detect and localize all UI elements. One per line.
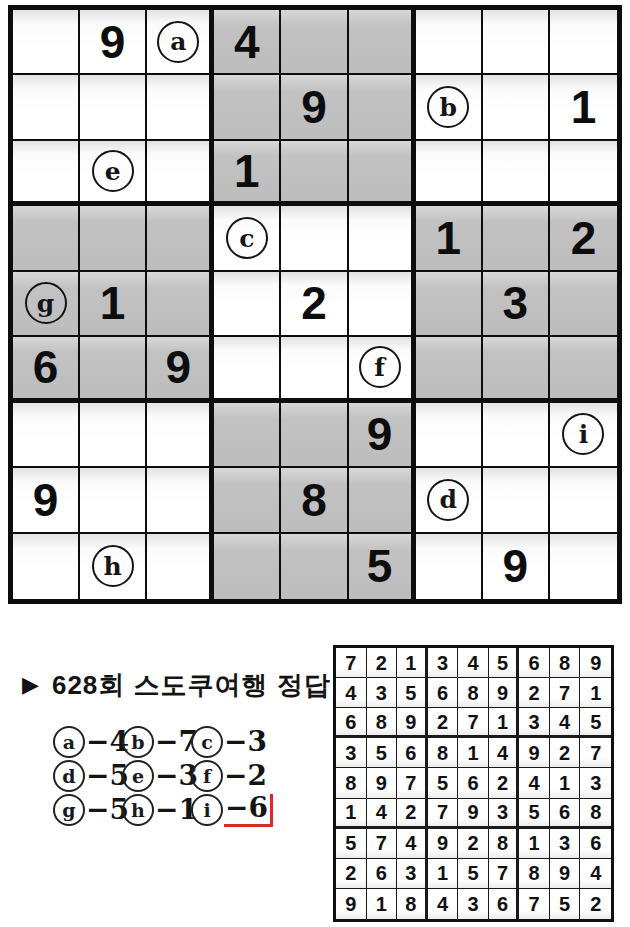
cell-r3c2: e (80, 141, 147, 206)
cell-r8c3 (147, 468, 214, 533)
solution-cell-r3c8: 4 (550, 708, 581, 738)
solution-cell-r9c7: 7 (519, 889, 550, 919)
solution-cell-r2c4: 6 (428, 678, 459, 708)
solution-cell-r2c8: 7 (550, 678, 581, 708)
cell-r5c2: 1 (80, 272, 147, 337)
cell-r8c6 (349, 468, 416, 533)
cell-r3c4: 1 (214, 141, 281, 206)
answer-circled-letter-g: g (53, 794, 85, 826)
solution-cell-r5c8: 1 (550, 768, 581, 798)
answer-item-f: f−2 (191, 760, 260, 792)
cell-r8c1: 9 (13, 468, 80, 533)
solution-cell-r8c7: 8 (519, 859, 550, 889)
solution-cell-r1c9: 9 (580, 648, 611, 678)
triangle-bullet-icon: ▶ (22, 674, 39, 696)
cell-r4c4: c (214, 206, 281, 271)
cell-r4c7: 1 (416, 206, 483, 271)
solution-cell-r9c4: 4 (428, 889, 459, 919)
solution-cell-r2c1: 4 (336, 678, 367, 708)
cell-r3c5 (281, 141, 348, 206)
given-number: 4 (234, 19, 260, 65)
cell-r8c2 (80, 468, 147, 533)
cell-r2c3 (147, 75, 214, 140)
solution-cell-r6c5: 9 (458, 799, 489, 829)
solution-cell-r4c7: 9 (519, 738, 550, 768)
cell-r2c8 (483, 75, 550, 140)
answer-circled-letter-b: b (122, 726, 154, 758)
solution-cell-r4c3: 6 (397, 738, 428, 768)
cell-r2c4 (214, 75, 281, 140)
solution-cell-r7c4: 9 (428, 829, 459, 859)
cell-r9c9 (550, 534, 617, 599)
circled-letter-b: b (427, 86, 469, 128)
answer-key-list: a−4b−7c−3d−5e−3f−2g−5h−1i−6 (53, 725, 260, 827)
cell-r1c9 (550, 10, 617, 75)
cell-r9c1 (13, 534, 80, 599)
cell-r4c8 (483, 206, 550, 271)
solution-cell-r1c3: 1 (397, 648, 428, 678)
cell-r6c2 (80, 337, 147, 402)
cell-r9c6: 5 (349, 534, 416, 599)
sudoku-puzzle-board: 9a49b1e1c12g12369f9i98dh59 (8, 5, 622, 604)
solution-cell-r2c6: 9 (489, 678, 520, 708)
solution-cell-r2c3: 5 (397, 678, 428, 708)
solution-cell-r9c5: 3 (458, 889, 489, 919)
solution-cell-r1c2: 2 (367, 648, 398, 678)
circled-letter-i: i (562, 413, 604, 455)
solution-cell-r9c8: 5 (550, 889, 581, 919)
circled-letter-a: a (157, 21, 199, 63)
circled-letter-c: c (226, 217, 268, 259)
solution-cell-r5c3: 7 (397, 768, 428, 798)
cell-r6c4 (214, 337, 281, 402)
cell-r2c5: 9 (281, 75, 348, 140)
solution-cell-r3c3: 9 (397, 708, 428, 738)
given-number: 9 (100, 19, 126, 65)
solution-cell-r2c2: 3 (367, 678, 398, 708)
circled-letter-d: d (427, 479, 469, 521)
solution-cell-r3c6: 1 (489, 708, 520, 738)
solution-cell-r9c9: 2 (580, 889, 611, 919)
cell-r1c7 (416, 10, 483, 75)
solution-cell-r8c1: 2 (336, 859, 367, 889)
cell-r8c9 (550, 468, 617, 533)
cell-r7c3 (147, 403, 214, 468)
cell-r4c1 (13, 206, 80, 271)
solution-cell-r5c5: 6 (458, 768, 489, 798)
solution-cell-r5c2: 9 (367, 768, 398, 798)
solution-cell-r1c8: 8 (550, 648, 581, 678)
solution-cell-r9c3: 8 (397, 889, 428, 919)
cell-r9c3 (147, 534, 214, 599)
cell-r1c5 (281, 10, 348, 75)
circled-letter-f: f (359, 346, 401, 388)
answer-item-e: e−3 (122, 760, 191, 792)
solution-cell-r1c6: 5 (489, 648, 520, 678)
answer-circled-letter-c: c (191, 726, 223, 758)
cell-r7c8 (483, 403, 550, 468)
cell-r3c3 (147, 141, 214, 206)
solution-cell-r7c1: 5 (336, 829, 367, 859)
cell-r2c6 (349, 75, 416, 140)
cell-r5c4 (214, 272, 281, 337)
cell-r1c2: 9 (80, 10, 147, 75)
given-number: 1 (234, 148, 260, 194)
solution-cell-r4c9: 7 (580, 738, 611, 768)
cell-r6c7 (416, 337, 483, 402)
answer-circled-letter-f: f (191, 760, 223, 792)
solution-cell-r2c9: 1 (580, 678, 611, 708)
solution-cell-r3c1: 6 (336, 708, 367, 738)
solution-cell-r4c1: 3 (336, 738, 367, 768)
given-number: 9 (165, 344, 191, 390)
cell-r8c4 (214, 468, 281, 533)
cell-r6c5 (281, 337, 348, 402)
solution-cell-r4c2: 5 (367, 738, 398, 768)
solution-cell-r9c2: 1 (367, 889, 398, 919)
given-number: 2 (301, 280, 327, 326)
solution-cell-r6c2: 4 (367, 799, 398, 829)
answer-circled-letter-e: e (122, 760, 154, 792)
solution-cell-r5c7: 4 (519, 768, 550, 798)
solution-cell-r8c2: 6 (367, 859, 398, 889)
cell-r5c7 (416, 272, 483, 337)
answer-item-b: b−7 (122, 726, 191, 758)
cell-r5c6 (349, 272, 416, 337)
cell-r9c8: 9 (483, 534, 550, 599)
solution-cell-r3c2: 8 (367, 708, 398, 738)
solution-cell-r2c5: 8 (458, 678, 489, 708)
solution-cell-r7c9: 6 (580, 829, 611, 859)
cell-r7c7 (416, 403, 483, 468)
circled-letter-g: g (25, 282, 67, 324)
solution-cell-r1c1: 7 (336, 648, 367, 678)
answer-item-d: d−5 (53, 760, 122, 792)
cell-r7c2 (80, 403, 147, 468)
cell-r5c5: 2 (281, 272, 348, 337)
cell-r6c8 (483, 337, 550, 402)
cell-r7c1 (13, 403, 80, 468)
solution-cell-r2c7: 2 (519, 678, 550, 708)
cell-r4c5 (281, 206, 348, 271)
answer-circled-letter-d: d (53, 760, 85, 792)
solution-cell-r9c6: 6 (489, 889, 520, 919)
solution-cell-r6c4: 7 (428, 799, 459, 829)
solution-cell-r6c6: 3 (489, 799, 520, 829)
given-number: 5 (367, 543, 393, 589)
answer-circled-letter-h: h (122, 794, 154, 826)
answer-circled-letter-a: a (53, 726, 85, 758)
answer-item-a: a−4 (53, 726, 122, 758)
cell-r2c9: 1 (550, 75, 617, 140)
circled-letter-e: e (92, 150, 134, 192)
solution-cell-r5c9: 3 (580, 768, 611, 798)
given-number: 1 (435, 215, 461, 261)
cell-r1c6 (349, 10, 416, 75)
cell-r3c7 (416, 141, 483, 206)
sudoku-puzzle-page: 9a49b1e1c12g12369f9i98dh59 ▶ 628회 스도쿠여행 … (0, 0, 630, 927)
cell-r6c1: 6 (13, 337, 80, 402)
cell-r3c6 (349, 141, 416, 206)
solution-cell-r7c5: 2 (458, 829, 489, 859)
solution-cell-r3c4: 2 (428, 708, 459, 738)
cell-r7c4 (214, 403, 281, 468)
cell-r7c6: 9 (349, 403, 416, 468)
cell-r9c4 (214, 534, 281, 599)
answer-circled-letter-i: i (191, 794, 223, 826)
cell-r7c5 (281, 403, 348, 468)
solution-cell-r8c5: 5 (458, 859, 489, 889)
solution-cell-r4c6: 4 (489, 738, 520, 768)
solution-cell-r6c9: 8 (580, 799, 611, 829)
cell-r5c8: 3 (483, 272, 550, 337)
answer-value-c: −3 (224, 728, 267, 756)
given-number: 9 (367, 411, 393, 457)
solution-cell-r6c1: 1 (336, 799, 367, 829)
solution-cell-r3c7: 3 (519, 708, 550, 738)
answer-value-i: −6 (224, 794, 273, 827)
cell-r1c1 (13, 10, 80, 75)
given-number: 1 (571, 84, 597, 130)
cell-r5c3 (147, 272, 214, 337)
cell-r8c7: d (416, 468, 483, 533)
given-number: 3 (503, 280, 529, 326)
cell-r7c9: i (550, 403, 617, 468)
cell-r2c2 (80, 75, 147, 140)
circled-letter-h: h (92, 545, 134, 587)
cell-r1c4: 4 (214, 10, 281, 75)
cell-r3c1 (13, 141, 80, 206)
cell-r8c5: 8 (281, 468, 348, 533)
given-number: 8 (301, 477, 327, 523)
cell-r5c9 (550, 272, 617, 337)
solution-cell-r5c6: 2 (489, 768, 520, 798)
solution-cell-r1c7: 6 (519, 648, 550, 678)
given-number: 9 (301, 84, 327, 130)
cell-r6c3: 9 (147, 337, 214, 402)
solution-cell-r9c1: 9 (336, 889, 367, 919)
answer-value-f: −2 (224, 762, 267, 790)
solution-cell-r4c5: 1 (458, 738, 489, 768)
given-number: 2 (571, 215, 597, 261)
solution-cell-r8c9: 4 (580, 859, 611, 889)
solution-cell-r6c3: 2 (397, 799, 428, 829)
solution-grid: 7213456894356892716892713453568149278975… (333, 645, 614, 922)
cell-r4c2 (80, 206, 147, 271)
solution-cell-r5c1: 8 (336, 768, 367, 798)
given-number: 9 (503, 543, 529, 589)
answer-item-c: c−3 (191, 726, 260, 758)
cell-r8c8 (483, 468, 550, 533)
cell-r1c8 (483, 10, 550, 75)
answer-key-title-text: 628회 스도쿠여행 정답 (52, 671, 331, 700)
solution-cell-r4c8: 2 (550, 738, 581, 768)
solution-cell-r7c8: 3 (550, 829, 581, 859)
cell-r6c6: f (349, 337, 416, 402)
solution-cell-r4c4: 8 (428, 738, 459, 768)
solution-cell-r7c3: 4 (397, 829, 428, 859)
given-number: 9 (33, 477, 59, 523)
solution-cell-r6c8: 6 (550, 799, 581, 829)
cell-r4c9: 2 (550, 206, 617, 271)
cell-r2c7: b (416, 75, 483, 140)
solution-cell-r8c8: 9 (550, 859, 581, 889)
cell-r4c3 (147, 206, 214, 271)
cell-r2c1 (13, 75, 80, 140)
cell-r3c9 (550, 141, 617, 206)
solution-cell-r3c9: 5 (580, 708, 611, 738)
solution-cell-r8c4: 1 (428, 859, 459, 889)
cell-r9c5 (281, 534, 348, 599)
solution-cell-r8c6: 7 (489, 859, 520, 889)
cell-r6c9 (550, 337, 617, 402)
answer-key-title: ▶ 628회 스도쿠여행 정답 (22, 671, 331, 700)
given-number: 1 (100, 280, 126, 326)
solution-cell-r7c2: 7 (367, 829, 398, 859)
cell-r9c7 (416, 534, 483, 599)
answer-item-h: h−1 (122, 794, 191, 826)
cell-r5c1: g (13, 272, 80, 337)
cell-r1c3: a (147, 10, 214, 75)
cell-r9c2: h (80, 534, 147, 599)
solution-cell-r1c5: 4 (458, 648, 489, 678)
solution-cell-r7c6: 8 (489, 829, 520, 859)
answer-item-g: g−5 (53, 794, 122, 826)
solution-cell-r5c4: 5 (428, 768, 459, 798)
solution-cell-r8c3: 3 (397, 859, 428, 889)
cell-r3c8 (483, 141, 550, 206)
solution-cell-r6c7: 5 (519, 799, 550, 829)
answer-item-i: i−6 (191, 794, 260, 827)
solution-cell-r3c5: 7 (458, 708, 489, 738)
solution-cell-r1c4: 3 (428, 648, 459, 678)
solution-cell-r7c7: 1 (519, 829, 550, 859)
cell-r4c6 (349, 206, 416, 271)
given-number: 6 (33, 344, 59, 390)
